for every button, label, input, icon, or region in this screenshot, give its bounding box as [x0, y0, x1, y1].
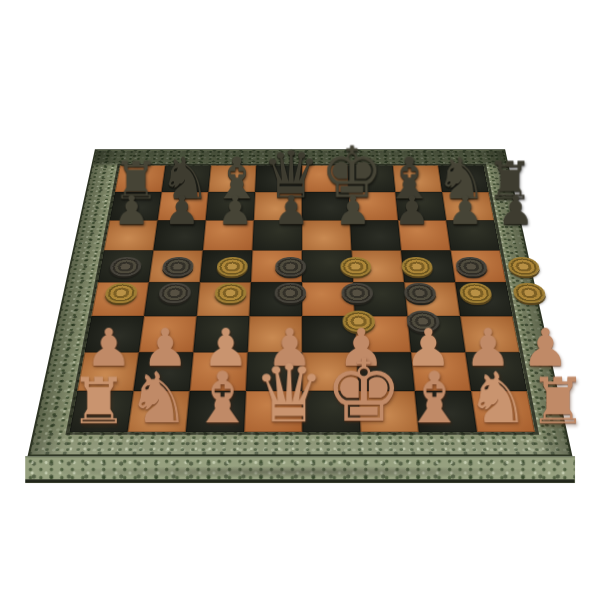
dark-pawn-d7: ♟	[273, 191, 309, 231]
cell-d7: ♟	[261, 206, 321, 230]
cell-h7: ♟	[487, 206, 539, 230]
dark-disc-a5	[108, 257, 142, 276]
coral-bishop-f1: ♝	[403, 363, 466, 434]
dark-disc-g5	[455, 257, 489, 276]
cell-g1: ♞	[458, 372, 530, 433]
dark-disc-e4	[341, 283, 373, 303]
ground-shadow	[38, 466, 562, 478]
perspective-scene: ♜♞♝♛♚♝♞♜♟♟♟♟♟♟♟♟♟♟♟♟♟♟♟♟♜♞♝♛♚♝♞♜	[0, 0, 600, 600]
brass-disc-a4	[103, 283, 138, 303]
dark-disc-b5	[161, 257, 194, 276]
cell-e4	[322, 280, 392, 307]
cell-f4	[390, 280, 449, 307]
cell-h5	[496, 254, 551, 280]
cell-g7: ♟	[436, 206, 492, 230]
board-frame: ♜♞♝♛♚♝♞♜♟♟♟♟♟♟♟♟♟♟♟♟♟♟♟♟♜♞♝♛♚♝♞♜	[28, 149, 573, 456]
coral-bishop-c1: ♝	[190, 363, 253, 434]
brass-disc-e5	[340, 257, 372, 276]
cell-h4	[501, 280, 558, 307]
cell-d1: ♛	[254, 372, 326, 433]
cell-c7: ♟	[208, 206, 262, 230]
dark-pawn-h7: ♟	[497, 191, 533, 231]
chess-board: ♜♞♝♛♚♝♞♜♟♟♟♟♟♟♟♟♟♟♟♟♟♟♟♟♜♞♝♛♚♝♞♜	[28, 149, 573, 456]
cell-e6	[321, 230, 388, 255]
coral-rook-a1: ♜	[70, 370, 127, 434]
cell-f1: ♝	[398, 372, 467, 433]
cell-f6	[386, 230, 442, 255]
cell-a7: ♟	[108, 206, 159, 230]
brass-disc-h4	[512, 283, 548, 303]
cell-g6	[439, 230, 497, 255]
cell-a6	[103, 230, 155, 255]
cell-b5	[148, 254, 206, 280]
cell-g5	[442, 254, 501, 280]
board-pieces: ♜♞♝♛♚♝♞♜♟♟♟♟♟♟♟♟♟♟♟♟♟♟♟♟♜♞♝♛♚♝♞♜	[69, 165, 535, 432]
brass-disc-c4	[214, 283, 247, 303]
brass-disc-f5	[400, 257, 433, 276]
brass-disc-h5	[507, 257, 542, 276]
cell-b1: ♞	[127, 372, 196, 433]
dark-pawn-b7: ♟	[164, 191, 200, 231]
photo-stage: ♜♞♝♛♚♝♞♜♟♟♟♟♟♟♟♟♟♟♟♟♟♟♟♟♜♞♝♛♚♝♞♜	[0, 0, 600, 600]
cell-c6	[206, 230, 261, 255]
cell-d5	[259, 254, 322, 280]
cell-e1: ♚	[324, 372, 403, 433]
dark-pawn-g7: ♟	[447, 191, 483, 231]
cell-g4	[446, 280, 507, 307]
cell-h6	[492, 230, 546, 255]
cell-a4	[93, 280, 148, 307]
cell-d6	[260, 230, 321, 255]
brass-disc-c5	[216, 257, 248, 276]
playing-area: ♜♞♝♛♚♝♞♜♟♟♟♟♟♟♟♟♟♟♟♟♟♟♟♟♜♞♝♛♚♝♞♜	[69, 165, 535, 432]
coral-king-e1: ♚	[325, 348, 403, 434]
cell-b6	[152, 230, 208, 255]
dark-pawn-e7: ♟	[336, 191, 372, 231]
coral-knight-g1: ♞	[466, 363, 529, 434]
brass-disc-g4	[459, 283, 494, 303]
cell-a1: ♜	[69, 372, 135, 433]
coral-knight-b1: ♞	[127, 363, 190, 434]
coral-queen-d1: ♛	[254, 354, 325, 434]
dark-disc-d4	[275, 283, 307, 303]
cell-c1: ♝	[190, 372, 256, 433]
dark-disc-b4	[157, 283, 191, 303]
cell-f7: ♟	[384, 206, 439, 230]
dark-pawn-c7: ♟	[217, 191, 253, 231]
cell-b7: ♟	[156, 206, 211, 230]
coral-rook-h1: ♜	[530, 370, 587, 434]
cell-h1: ♜	[519, 372, 588, 433]
cell-a5	[98, 254, 152, 280]
dark-pawn-a7: ♟	[114, 191, 150, 231]
cell-f5	[388, 254, 446, 280]
cell-b4	[144, 280, 203, 307]
cell-d4	[258, 280, 322, 307]
cell-e7: ♟	[321, 206, 386, 230]
cell-e5	[322, 254, 391, 280]
cell-c5	[204, 254, 261, 280]
dark-disc-f4	[403, 283, 437, 303]
dark-disc-d5	[275, 257, 306, 276]
cell-c4	[201, 280, 259, 307]
dark-pawn-f7: ♟	[394, 191, 430, 231]
